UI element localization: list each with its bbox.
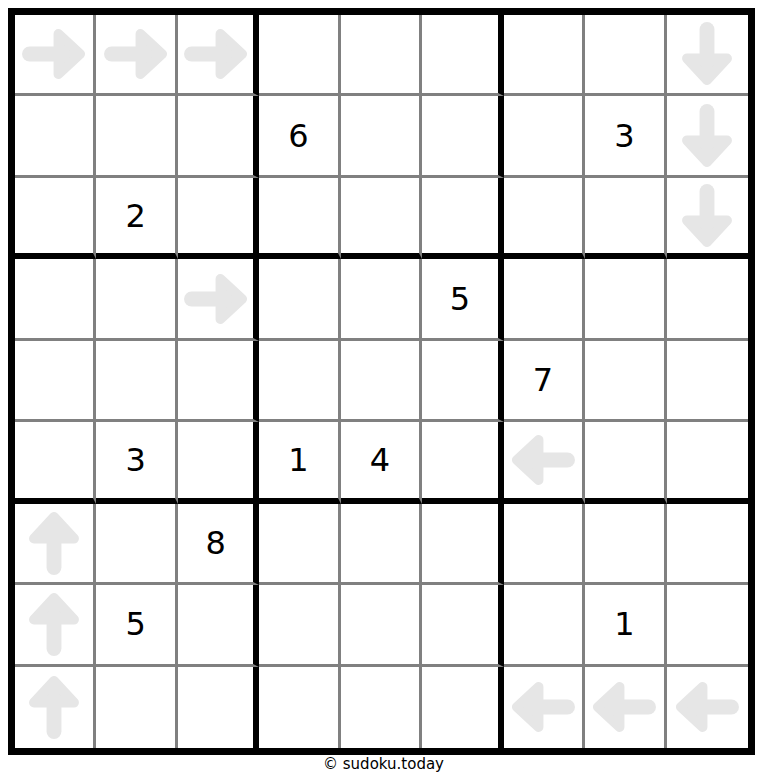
arrow-left-icon [589,672,659,742]
cell-r6c6[interactable] [422,422,503,503]
cell-r5c3[interactable] [178,341,259,422]
cell-r3c3[interactable] [178,178,259,259]
cell-r8c8[interactable]: 1 [585,585,666,666]
cell-r3c1[interactable] [15,178,96,259]
cell-r2c1[interactable] [15,96,96,177]
cell-r1c4[interactable] [259,15,340,96]
cell-r3c4[interactable] [259,178,340,259]
given-digit: 6 [288,120,308,152]
cell-r4c5[interactable] [341,259,422,340]
given-digit: 1 [288,444,308,476]
cell-r1c9[interactable] [667,15,748,96]
cell-r6c9[interactable] [667,422,748,503]
arrow-left-icon [672,672,742,742]
cell-r8c3[interactable] [178,585,259,666]
cell-r4c6[interactable]: 5 [422,259,503,340]
cell-r9c5[interactable] [341,667,422,748]
cell-r6c7[interactable] [504,422,585,503]
cell-r7c6[interactable] [422,504,503,585]
arrow-left-icon [508,672,578,742]
cell-r1c8[interactable] [585,15,666,96]
cell-r8c1[interactable] [15,585,96,666]
cell-r1c5[interactable] [341,15,422,96]
cell-r7c3[interactable]: 8 [178,504,259,585]
arrow-up-icon [19,589,89,659]
cell-r4c7[interactable] [504,259,585,340]
given-digit: 7 [533,364,553,396]
copyright-footer: © sudoku.today [0,755,767,773]
cell-r6c3[interactable] [178,422,259,503]
cell-r7c1[interactable] [15,504,96,585]
cell-r3c8[interactable] [585,178,666,259]
cell-r9c1[interactable] [15,667,96,748]
arrow-right-icon [101,19,171,89]
cell-r6c4[interactable]: 1 [259,422,340,503]
cell-r9c9[interactable] [667,667,748,748]
cell-r9c4[interactable] [259,667,340,748]
cell-r1c3[interactable] [178,15,259,96]
cell-r2c4[interactable]: 6 [259,96,340,177]
arrow-down-icon [672,19,742,89]
arrow-right-icon [181,264,251,334]
cell-r3c6[interactable] [422,178,503,259]
cell-r5c7[interactable]: 7 [504,341,585,422]
cell-r2c3[interactable] [178,96,259,177]
cell-r9c2[interactable] [96,667,177,748]
arrow-right-icon [181,19,251,89]
cell-r6c8[interactable] [585,422,666,503]
given-digit: 4 [370,444,390,476]
cell-r6c2[interactable]: 3 [96,422,177,503]
cell-r4c3[interactable] [178,259,259,340]
arrow-up-icon [19,508,89,578]
cell-r2c5[interactable] [341,96,422,177]
cell-r5c5[interactable] [341,341,422,422]
given-digit: 1 [614,608,634,640]
cell-r2c8[interactable]: 3 [585,96,666,177]
cell-r5c1[interactable] [15,341,96,422]
cell-r6c1[interactable] [15,422,96,503]
cell-r7c8[interactable] [585,504,666,585]
given-digit: 5 [125,608,145,640]
cell-r7c9[interactable] [667,504,748,585]
cell-r5c9[interactable] [667,341,748,422]
cell-r8c2[interactable]: 5 [96,585,177,666]
cell-r4c2[interactable] [96,259,177,340]
given-digit: 5 [450,283,470,315]
cell-r2c7[interactable] [504,96,585,177]
arrow-down-icon [672,101,742,171]
cell-r9c7[interactable] [504,667,585,748]
cell-r9c8[interactable] [585,667,666,748]
arrow-left-icon [508,425,578,495]
cell-r8c4[interactable] [259,585,340,666]
cell-r6c5[interactable]: 4 [341,422,422,503]
cell-r7c4[interactable] [259,504,340,585]
arrow-up-icon [19,672,89,742]
cell-r3c7[interactable] [504,178,585,259]
cell-r9c6[interactable] [422,667,503,748]
cell-r1c2[interactable] [96,15,177,96]
cell-r7c5[interactable] [341,504,422,585]
cell-r7c7[interactable] [504,504,585,585]
cell-r4c8[interactable] [585,259,666,340]
sudoku-board: 63257314851 [8,8,755,755]
arrow-down-icon [672,181,742,251]
cell-r5c2[interactable] [96,341,177,422]
given-digit: 2 [125,200,145,232]
cell-r1c7[interactable] [504,15,585,96]
given-digit: 3 [614,120,634,152]
cell-r9c3[interactable] [178,667,259,748]
given-digit: 8 [205,527,225,559]
cell-r4c1[interactable] [15,259,96,340]
cell-r8c5[interactable] [341,585,422,666]
cell-r2c2[interactable] [96,96,177,177]
cell-r5c6[interactable] [422,341,503,422]
cell-r3c5[interactable] [341,178,422,259]
cell-r1c1[interactable] [15,15,96,96]
cell-r4c4[interactable] [259,259,340,340]
cell-r2c6[interactable] [422,96,503,177]
cell-r4c9[interactable] [667,259,748,340]
cell-r2c9[interactable] [667,96,748,177]
cell-r8c6[interactable] [422,585,503,666]
given-digit: 3 [125,444,145,476]
cell-r8c7[interactable] [504,585,585,666]
cell-r5c4[interactable] [259,341,340,422]
arrow-right-icon [19,19,89,89]
cell-r1c6[interactable] [422,15,503,96]
cell-r8c9[interactable] [667,585,748,666]
cell-r7c2[interactable] [96,504,177,585]
cell-r3c9[interactable] [667,178,748,259]
cell-r3c2[interactable]: 2 [96,178,177,259]
cell-r5c8[interactable] [585,341,666,422]
